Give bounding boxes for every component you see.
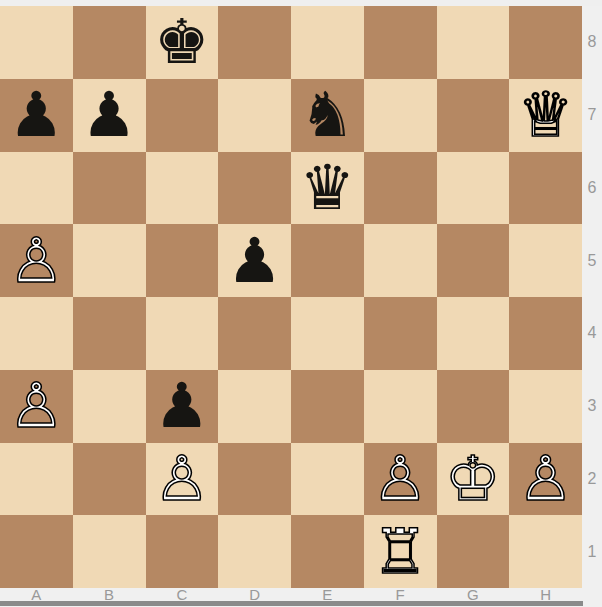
square-a4[interactable] [0, 297, 73, 370]
piece-black-pawn[interactable]: ♟ [73, 79, 146, 152]
square-c4[interactable] [146, 297, 219, 370]
square-h3[interactable] [509, 370, 582, 443]
square-h7[interactable]: ♕ [509, 79, 582, 152]
chess-board: ♚♟♟♞♕♛♙♟♙♟♙♙♔♙♖ [0, 6, 582, 588]
square-c2[interactable]: ♙ [146, 443, 219, 516]
square-a3[interactable]: ♙ [0, 370, 73, 443]
square-g5[interactable] [437, 224, 510, 297]
square-e3[interactable] [291, 370, 364, 443]
piece-white-pawn[interactable]: ♙ [509, 443, 582, 516]
square-e2[interactable] [291, 443, 364, 516]
square-a7[interactable]: ♟ [0, 79, 73, 152]
square-f8[interactable] [364, 6, 437, 79]
piece-white-pawn[interactable]: ♙ [0, 370, 73, 443]
square-g4[interactable] [437, 297, 510, 370]
square-e6[interactable]: ♛ [291, 152, 364, 225]
square-g3[interactable] [437, 370, 510, 443]
square-b6[interactable] [73, 152, 146, 225]
rank-label-8: 8 [582, 6, 602, 79]
square-a6[interactable] [0, 152, 73, 225]
rank-label-7: 7 [582, 79, 602, 152]
square-c8[interactable]: ♚ [146, 6, 219, 79]
square-b3[interactable] [73, 370, 146, 443]
file-label-d: D [218, 588, 291, 601]
square-d2[interactable] [218, 443, 291, 516]
square-e8[interactable] [291, 6, 364, 79]
square-b1[interactable] [73, 515, 146, 588]
piece-white-rook[interactable]: ♖ [364, 515, 437, 588]
square-h8[interactable] [509, 6, 582, 79]
square-f7[interactable] [364, 79, 437, 152]
square-d8[interactable] [218, 6, 291, 79]
file-coordinates: ABCDEFGH [0, 588, 602, 601]
square-c6[interactable] [146, 152, 219, 225]
square-d4[interactable] [218, 297, 291, 370]
piece-black-pawn[interactable]: ♟ [0, 79, 73, 152]
square-c7[interactable] [146, 79, 219, 152]
file-label-f: F [364, 588, 437, 601]
square-d7[interactable] [218, 79, 291, 152]
file-label-c: C [146, 588, 219, 601]
piece-white-pawn[interactable]: ♙ [364, 443, 437, 516]
square-c1[interactable] [146, 515, 219, 588]
square-a2[interactable] [0, 443, 73, 516]
square-d5[interactable]: ♟ [218, 224, 291, 297]
square-g6[interactable] [437, 152, 510, 225]
square-e1[interactable] [291, 515, 364, 588]
rank-label-4: 4 [582, 297, 602, 370]
piece-black-queen[interactable]: ♛ [291, 152, 364, 225]
piece-white-pawn[interactable]: ♙ [146, 443, 219, 516]
file-label-h: H [509, 588, 582, 601]
square-a1[interactable] [0, 515, 73, 588]
rank-label-2: 2 [582, 443, 602, 516]
piece-white-pawn[interactable]: ♙ [0, 224, 73, 297]
piece-white-queen[interactable]: ♕ [509, 79, 582, 152]
rank-label-6: 6 [582, 152, 602, 225]
square-f1[interactable]: ♖ [364, 515, 437, 588]
square-f4[interactable] [364, 297, 437, 370]
square-f2[interactable]: ♙ [364, 443, 437, 516]
square-h6[interactable] [509, 152, 582, 225]
square-e7[interactable]: ♞ [291, 79, 364, 152]
square-f3[interactable] [364, 370, 437, 443]
square-h1[interactable] [509, 515, 582, 588]
file-label-a: A [0, 588, 73, 601]
square-f5[interactable] [364, 224, 437, 297]
square-e5[interactable] [291, 224, 364, 297]
square-b4[interactable] [73, 297, 146, 370]
square-h5[interactable] [509, 224, 582, 297]
rank-label-3: 3 [582, 370, 602, 443]
rank-coordinates: 87654321 [582, 6, 602, 588]
square-b2[interactable] [73, 443, 146, 516]
square-d1[interactable] [218, 515, 291, 588]
square-d6[interactable] [218, 152, 291, 225]
square-a8[interactable] [0, 6, 73, 79]
square-g1[interactable] [437, 515, 510, 588]
square-g2[interactable]: ♔ [437, 443, 510, 516]
piece-black-king[interactable]: ♚ [146, 6, 219, 79]
square-d3[interactable] [218, 370, 291, 443]
file-label-e: E [291, 588, 364, 601]
rank-label-5: 5 [582, 224, 602, 297]
square-a5[interactable]: ♙ [0, 224, 73, 297]
square-e4[interactable] [291, 297, 364, 370]
square-h4[interactable] [509, 297, 582, 370]
piece-black-pawn[interactable]: ♟ [218, 224, 291, 297]
scrollbar-thumb[interactable] [0, 601, 583, 606]
piece-black-pawn[interactable]: ♟ [146, 370, 219, 443]
page: ♚♟♟♞♕♛♙♟♙♟♙♙♔♙♖ 87654321 ABCDEFGH [0, 0, 602, 607]
piece-black-knight[interactable]: ♞ [291, 79, 364, 152]
square-c5[interactable] [146, 224, 219, 297]
square-h2[interactable]: ♙ [509, 443, 582, 516]
rank-label-1: 1 [582, 515, 602, 588]
square-b8[interactable] [73, 6, 146, 79]
square-g7[interactable] [437, 79, 510, 152]
square-f6[interactable] [364, 152, 437, 225]
square-b5[interactable] [73, 224, 146, 297]
square-g8[interactable] [437, 6, 510, 79]
square-c3[interactable]: ♟ [146, 370, 219, 443]
piece-white-king[interactable]: ♔ [437, 443, 510, 516]
horizontal-scrollbar[interactable] [0, 601, 602, 607]
file-label-g: G [437, 588, 510, 601]
square-b7[interactable]: ♟ [73, 79, 146, 152]
file-label-b: B [73, 588, 146, 601]
